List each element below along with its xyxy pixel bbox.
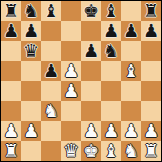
piece-black-pawn: ♟ <box>143 21 159 41</box>
square-f4[interactable] <box>101 81 121 101</box>
piece-black-pawn: ♟ <box>23 21 39 41</box>
piece-black-rook: ♜ <box>143 1 159 21</box>
square-f6[interactable]: ♞ <box>101 41 121 61</box>
square-c6[interactable] <box>41 41 61 61</box>
square-c2[interactable] <box>41 121 61 141</box>
piece-white-pawn: ♟ <box>63 81 79 101</box>
piece-black-pawn: ♟ <box>123 21 139 41</box>
square-e8[interactable]: ♚ <box>81 1 101 21</box>
square-a4[interactable] <box>1 81 21 101</box>
piece-black-king: ♚ <box>83 1 99 21</box>
square-b1[interactable] <box>21 141 41 161</box>
square-g4[interactable] <box>121 81 141 101</box>
piece-white-bishop: ♝ <box>103 141 119 161</box>
square-g6[interactable] <box>121 41 141 61</box>
square-h6[interactable] <box>141 41 161 61</box>
square-e7[interactable] <box>81 21 101 41</box>
square-a6[interactable] <box>1 41 21 61</box>
piece-black-bishop: ♝ <box>103 1 119 21</box>
square-d7[interactable] <box>61 21 81 41</box>
square-b2[interactable]: ♟ <box>21 121 41 141</box>
square-d3[interactable] <box>61 101 81 121</box>
square-h8[interactable]: ♜ <box>141 1 161 21</box>
piece-white-pawn: ♟ <box>23 121 39 141</box>
square-a1[interactable]: ♜ <box>1 141 21 161</box>
piece-white-pawn: ♟ <box>3 121 19 141</box>
square-b4[interactable] <box>21 81 41 101</box>
piece-black-pawn: ♟ <box>3 21 19 41</box>
square-c5[interactable]: ♟ <box>41 61 61 81</box>
piece-white-pawn: ♟ <box>63 61 79 81</box>
square-h1[interactable]: ♜ <box>141 141 161 161</box>
piece-black-rook: ♜ <box>3 1 19 21</box>
piece-white-king: ♚ <box>83 141 99 161</box>
piece-black-knight: ♞ <box>23 1 39 21</box>
piece-white-knight: ♞ <box>43 101 59 121</box>
piece-black-pawn: ♟ <box>83 41 99 61</box>
chess-board: ♜♞♝♚♝♜♟♟♟♟♟♛♟♞♟♟♝♟♞♟♟♟♟♟♟♜♛♚♝♞♜ <box>1 1 161 161</box>
square-d6[interactable] <box>61 41 81 61</box>
square-g1[interactable]: ♞ <box>121 141 141 161</box>
square-h7[interactable]: ♟ <box>141 21 161 41</box>
piece-black-pawn: ♟ <box>103 21 119 41</box>
square-f3[interactable] <box>101 101 121 121</box>
square-d8[interactable] <box>61 1 81 21</box>
square-c1[interactable] <box>41 141 61 161</box>
square-a8[interactable]: ♜ <box>1 1 21 21</box>
piece-black-pawn: ♟ <box>43 61 59 81</box>
piece-white-bishop: ♝ <box>123 61 139 81</box>
square-e6[interactable]: ♟ <box>81 41 101 61</box>
square-f7[interactable]: ♟ <box>101 21 121 41</box>
square-f5[interactable] <box>101 61 121 81</box>
piece-white-pawn: ♟ <box>83 121 99 141</box>
square-h4[interactable] <box>141 81 161 101</box>
piece-black-queen: ♛ <box>23 41 39 61</box>
square-c4[interactable] <box>41 81 61 101</box>
square-h3[interactable] <box>141 101 161 121</box>
piece-white-pawn: ♟ <box>143 121 159 141</box>
square-c8[interactable]: ♝ <box>41 1 61 21</box>
piece-black-bishop: ♝ <box>43 1 59 21</box>
square-d1[interactable]: ♛ <box>61 141 81 161</box>
piece-white-rook: ♜ <box>3 141 19 161</box>
square-c3[interactable]: ♞ <box>41 101 61 121</box>
square-a2[interactable]: ♟ <box>1 121 21 141</box>
piece-white-pawn: ♟ <box>103 121 119 141</box>
square-b5[interactable] <box>21 61 41 81</box>
square-g7[interactable]: ♟ <box>121 21 141 41</box>
square-d2[interactable] <box>61 121 81 141</box>
board-frame: ♜♞♝♚♝♜♟♟♟♟♟♛♟♞♟♟♝♟♞♟♟♟♟♟♟♜♛♚♝♞♜ <box>0 0 162 162</box>
piece-white-rook: ♜ <box>143 141 159 161</box>
square-h5[interactable] <box>141 61 161 81</box>
square-a7[interactable]: ♟ <box>1 21 21 41</box>
square-b7[interactable]: ♟ <box>21 21 41 41</box>
square-b6[interactable]: ♛ <box>21 41 41 61</box>
square-e5[interactable] <box>81 61 101 81</box>
square-g2[interactable]: ♟ <box>121 121 141 141</box>
square-f8[interactable]: ♝ <box>101 1 121 21</box>
square-f1[interactable]: ♝ <box>101 141 121 161</box>
square-c7[interactable] <box>41 21 61 41</box>
square-b8[interactable]: ♞ <box>21 1 41 21</box>
square-b3[interactable] <box>21 101 41 121</box>
square-d5[interactable]: ♟ <box>61 61 81 81</box>
square-a5[interactable] <box>1 61 21 81</box>
square-f2[interactable]: ♟ <box>101 121 121 141</box>
square-e2[interactable]: ♟ <box>81 121 101 141</box>
square-g3[interactable] <box>121 101 141 121</box>
square-g5[interactable]: ♝ <box>121 61 141 81</box>
square-d4[interactable]: ♟ <box>61 81 81 101</box>
square-e1[interactable]: ♚ <box>81 141 101 161</box>
square-e4[interactable] <box>81 81 101 101</box>
piece-white-queen: ♛ <box>63 141 79 161</box>
piece-black-knight: ♞ <box>103 41 119 61</box>
square-h2[interactable]: ♟ <box>141 121 161 141</box>
square-a3[interactable] <box>1 101 21 121</box>
piece-white-pawn: ♟ <box>123 121 139 141</box>
square-e3[interactable] <box>81 101 101 121</box>
square-g8[interactable] <box>121 1 141 21</box>
piece-white-knight: ♞ <box>123 141 139 161</box>
